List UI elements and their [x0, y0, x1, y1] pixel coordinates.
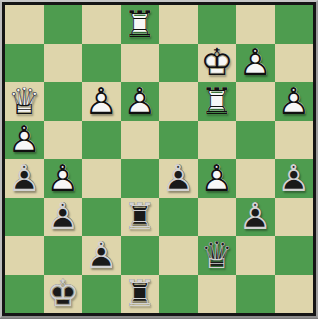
white-pawn-a5[interactable]: ♟♙ [5, 121, 44, 160]
black-pawn-outline: ♙ [159, 159, 198, 198]
square-c6[interactable]: ♟♙ [82, 82, 121, 121]
square-e8[interactable] [159, 5, 198, 44]
square-h1[interactable] [275, 275, 314, 314]
square-g4[interactable] [236, 159, 275, 198]
square-b2[interactable] [44, 236, 83, 275]
square-c5[interactable] [82, 121, 121, 160]
black-pawn-outline: ♙ [5, 159, 44, 198]
black-pawn-a4[interactable]: ♟♙ [5, 159, 44, 198]
white-pawn-outline: ♙ [236, 44, 275, 83]
square-h3[interactable] [275, 198, 314, 237]
square-b7[interactable] [44, 44, 83, 83]
square-a2[interactable] [5, 236, 44, 275]
square-d3[interactable]: ♜♖ [121, 198, 160, 237]
white-pawn-f4[interactable]: ♟♙ [198, 159, 237, 198]
black-king-outline: ♔ [44, 275, 83, 314]
black-king-glyph: ♚ [44, 275, 83, 314]
white-pawn-d6[interactable]: ♟♙ [121, 82, 160, 121]
square-a1[interactable] [5, 275, 44, 314]
white-pawn-glyph: ♟ [198, 159, 237, 198]
black-pawn-g3[interactable]: ♟♙ [236, 198, 275, 237]
white-pawn-outline: ♙ [121, 82, 160, 121]
black-pawn-e4[interactable]: ♟♙ [159, 159, 198, 198]
white-king-outline: ♔ [198, 44, 237, 83]
black-queen-f2[interactable]: ♛♕ [198, 236, 237, 275]
black-rook-d1[interactable]: ♜♖ [121, 275, 160, 314]
square-b3[interactable]: ♟♙ [44, 198, 83, 237]
white-rook-glyph: ♜ [198, 82, 237, 121]
square-b6[interactable] [44, 82, 83, 121]
square-f8[interactable] [198, 5, 237, 44]
square-e4[interactable]: ♟♙ [159, 159, 198, 198]
black-rook-glyph: ♜ [121, 198, 160, 237]
square-e2[interactable] [159, 236, 198, 275]
square-d8[interactable]: ♜♖ [121, 5, 160, 44]
white-pawn-outline: ♙ [198, 159, 237, 198]
black-rook-outline: ♖ [121, 198, 160, 237]
black-pawn-b3[interactable]: ♟♙ [44, 198, 83, 237]
square-e1[interactable] [159, 275, 198, 314]
square-d5[interactable] [121, 121, 160, 160]
square-g7[interactable]: ♟♙ [236, 44, 275, 83]
square-a5[interactable]: ♟♙ [5, 121, 44, 160]
black-king-b1[interactable]: ♚♔ [44, 275, 83, 314]
white-queen-glyph: ♛ [5, 82, 44, 121]
square-d6[interactable]: ♟♙ [121, 82, 160, 121]
square-h4[interactable]: ♟♙ [275, 159, 314, 198]
square-a6[interactable]: ♛♕ [5, 82, 44, 121]
square-d7[interactable] [121, 44, 160, 83]
square-h5[interactable] [275, 121, 314, 160]
square-b4[interactable]: ♟♙ [44, 159, 83, 198]
black-pawn-glyph: ♟ [275, 159, 314, 198]
white-pawn-glyph: ♟ [82, 82, 121, 121]
square-f5[interactable] [198, 121, 237, 160]
white-pawn-outline: ♙ [5, 121, 44, 160]
square-a4[interactable]: ♟♙ [5, 159, 44, 198]
square-d2[interactable] [121, 236, 160, 275]
black-pawn-h4[interactable]: ♟♙ [275, 159, 314, 198]
white-rook-outline: ♖ [198, 82, 237, 121]
square-c1[interactable] [82, 275, 121, 314]
black-pawn-glyph: ♟ [236, 198, 275, 237]
black-pawn-glyph: ♟ [44, 198, 83, 237]
square-f4[interactable]: ♟♙ [198, 159, 237, 198]
square-b5[interactable] [44, 121, 83, 160]
square-g3[interactable]: ♟♙ [236, 198, 275, 237]
square-a3[interactable] [5, 198, 44, 237]
white-pawn-b4[interactable]: ♟♙ [44, 159, 83, 198]
square-h7[interactable] [275, 44, 314, 83]
square-c7[interactable] [82, 44, 121, 83]
square-c2[interactable]: ♟♙ [82, 236, 121, 275]
white-pawn-glyph: ♟ [121, 82, 160, 121]
square-e5[interactable] [159, 121, 198, 160]
white-king-glyph: ♚ [198, 44, 237, 83]
square-b1[interactable]: ♚♔ [44, 275, 83, 314]
white-queen-a6[interactable]: ♛♕ [5, 82, 44, 121]
square-g8[interactable] [236, 5, 275, 44]
white-pawn-c6[interactable]: ♟♙ [82, 82, 121, 121]
square-e7[interactable] [159, 44, 198, 83]
white-pawn-outline: ♙ [275, 82, 314, 121]
square-d1[interactable]: ♜♖ [121, 275, 160, 314]
black-pawn-glyph: ♟ [82, 236, 121, 275]
black-pawn-glyph: ♟ [5, 159, 44, 198]
square-c8[interactable] [82, 5, 121, 44]
black-rook-glyph: ♜ [121, 275, 160, 314]
white-rook-d8[interactable]: ♜♖ [121, 5, 160, 44]
square-c4[interactable] [82, 159, 121, 198]
white-pawn-outline: ♙ [44, 159, 83, 198]
chess-board: ♜♖♚♔♟♙♛♕♟♙♟♙♜♖♟♙♟♙♟♙♟♙♟♙♟♙♟♙♟♙♜♖♟♙♟♙♛♕♚♔… [5, 5, 313, 313]
square-f7[interactable]: ♚♔ [198, 44, 237, 83]
white-pawn-g7[interactable]: ♟♙ [236, 44, 275, 83]
black-pawn-c2[interactable]: ♟♙ [82, 236, 121, 275]
white-rook-glyph: ♜ [121, 5, 160, 44]
square-g6[interactable] [236, 82, 275, 121]
square-d4[interactable] [121, 159, 160, 198]
black-queen-outline: ♕ [198, 236, 237, 275]
square-e3[interactable] [159, 198, 198, 237]
black-rook-d3[interactable]: ♜♖ [121, 198, 160, 237]
square-f1[interactable] [198, 275, 237, 314]
square-g5[interactable] [236, 121, 275, 160]
square-f2[interactable]: ♛♕ [198, 236, 237, 275]
black-pawn-outline: ♙ [82, 236, 121, 275]
white-rook-f6[interactable]: ♜♖ [198, 82, 237, 121]
white-pawn-outline: ♙ [82, 82, 121, 121]
square-h6[interactable]: ♟♙ [275, 82, 314, 121]
white-pawn-h6[interactable]: ♟♙ [275, 82, 314, 121]
square-a7[interactable] [5, 44, 44, 83]
white-pawn-glyph: ♟ [236, 44, 275, 83]
square-g2[interactable] [236, 236, 275, 275]
black-pawn-glyph: ♟ [159, 159, 198, 198]
square-b8[interactable] [44, 5, 83, 44]
white-queen-outline: ♕ [5, 82, 44, 121]
black-pawn-outline: ♙ [44, 198, 83, 237]
black-queen-glyph: ♛ [198, 236, 237, 275]
square-f6[interactable]: ♜♖ [198, 82, 237, 121]
white-rook-outline: ♖ [121, 5, 160, 44]
black-pawn-outline: ♙ [275, 159, 314, 198]
square-h8[interactable] [275, 5, 314, 44]
white-pawn-glyph: ♟ [44, 159, 83, 198]
white-pawn-glyph: ♟ [5, 121, 44, 160]
square-a8[interactable] [5, 5, 44, 44]
black-pawn-outline: ♙ [236, 198, 275, 237]
square-h2[interactable] [275, 236, 314, 275]
white-pawn-glyph: ♟ [275, 82, 314, 121]
chess-board-frame: ♜♖♚♔♟♙♛♕♟♙♟♙♜♖♟♙♟♙♟♙♟♙♟♙♟♙♟♙♟♙♜♖♟♙♟♙♛♕♚♔… [0, 0, 318, 318]
square-g1[interactable] [236, 275, 275, 314]
square-f3[interactable] [198, 198, 237, 237]
black-rook-outline: ♖ [121, 275, 160, 314]
square-e6[interactable] [159, 82, 198, 121]
square-c3[interactable] [82, 198, 121, 237]
white-king-f7[interactable]: ♚♔ [198, 44, 237, 83]
